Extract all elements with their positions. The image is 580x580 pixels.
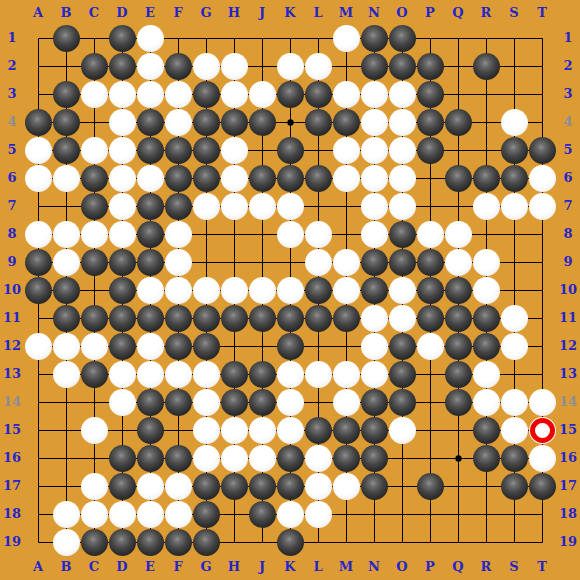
white-stone-D8	[109, 221, 136, 248]
black-stone-Q14	[445, 389, 472, 416]
black-stone-E5	[137, 137, 164, 164]
white-stone-E13	[137, 361, 164, 388]
white-stone-B18	[53, 501, 80, 528]
black-stone-M16	[333, 445, 360, 472]
row-label-left-11: 11	[1, 304, 23, 332]
row-label-right-5: 5	[557, 136, 579, 164]
black-stone-G11	[193, 305, 220, 332]
white-stone-H10	[221, 277, 248, 304]
black-stone-S17	[501, 473, 528, 500]
col-label-bottom-T: T	[528, 558, 556, 576]
black-stone-F6	[165, 165, 192, 192]
white-stone-C5	[81, 137, 108, 164]
col-label-top-L: L	[304, 4, 332, 22]
white-stone-J16	[249, 445, 276, 472]
black-stone-N10	[361, 277, 388, 304]
black-stone-F16	[165, 445, 192, 472]
white-stone-L2	[305, 53, 332, 80]
black-stone-A10	[25, 277, 52, 304]
white-stone-D6	[109, 165, 136, 192]
col-label-top-H: H	[220, 4, 248, 22]
white-stone-E6	[137, 165, 164, 192]
col-label-top-J: J	[248, 4, 276, 22]
black-stone-P5	[417, 137, 444, 164]
white-stone-B6	[53, 165, 80, 192]
col-label-top-N: N	[360, 4, 388, 22]
black-stone-O14	[389, 389, 416, 416]
black-stone-S6	[501, 165, 528, 192]
black-stone-G19	[193, 529, 220, 556]
white-stone-K7	[277, 193, 304, 220]
white-stone-M6	[333, 165, 360, 192]
white-stone-S11	[501, 305, 528, 332]
white-stone-N11	[361, 305, 388, 332]
white-stone-B13	[53, 361, 80, 388]
black-stone-F19	[165, 529, 192, 556]
row-label-right-6: 6	[557, 164, 579, 192]
white-stone-R13	[473, 361, 500, 388]
black-stone-D1	[109, 25, 136, 52]
black-stone-Q12	[445, 333, 472, 360]
white-stone-H7	[221, 193, 248, 220]
black-stone-E7	[137, 193, 164, 220]
row-label-left-4: 4	[1, 108, 23, 136]
black-stone-B4	[53, 109, 80, 136]
white-stone-E12	[137, 333, 164, 360]
col-label-top-S: S	[500, 4, 528, 22]
black-stone-G18	[193, 501, 220, 528]
col-label-top-T: T	[528, 4, 556, 22]
col-label-top-M: M	[332, 4, 360, 22]
white-stone-J7	[249, 193, 276, 220]
white-stone-C15	[81, 417, 108, 444]
black-stone-E19	[137, 529, 164, 556]
white-stone-J10	[249, 277, 276, 304]
white-stone-N3	[361, 81, 388, 108]
black-stone-C7	[81, 193, 108, 220]
white-stone-N8	[361, 221, 388, 248]
row-label-left-2: 2	[1, 52, 23, 80]
black-stone-K6	[277, 165, 304, 192]
row-label-right-17: 17	[557, 472, 579, 500]
row-label-left-9: 9	[1, 248, 23, 276]
black-stone-P11	[417, 305, 444, 332]
black-stone-T17	[529, 473, 556, 500]
col-label-bottom-O: O	[388, 558, 416, 576]
col-label-bottom-A: A	[24, 558, 52, 576]
row-label-left-1: 1	[1, 24, 23, 52]
black-stone-N9	[361, 249, 388, 276]
black-stone-G12	[193, 333, 220, 360]
white-stone-S12	[501, 333, 528, 360]
black-stone-Q4	[445, 109, 472, 136]
black-stone-O2	[389, 53, 416, 80]
row-label-right-1: 1	[557, 24, 579, 52]
white-stone-O4	[389, 109, 416, 136]
black-stone-D11	[109, 305, 136, 332]
white-stone-H6	[221, 165, 248, 192]
white-stone-G2	[193, 53, 220, 80]
black-stone-O13	[389, 361, 416, 388]
col-label-bottom-L: L	[304, 558, 332, 576]
black-stone-J13	[249, 361, 276, 388]
black-stone-G4	[193, 109, 220, 136]
white-stone-B12	[53, 333, 80, 360]
row-label-right-2: 2	[557, 52, 579, 80]
black-stone-C9	[81, 249, 108, 276]
white-stone-B8	[53, 221, 80, 248]
white-stone-O15	[389, 417, 416, 444]
white-stone-F10	[165, 277, 192, 304]
black-stone-F12	[165, 333, 192, 360]
black-stone-D16	[109, 445, 136, 472]
row-label-left-19: 19	[1, 528, 23, 556]
black-stone-R2	[473, 53, 500, 80]
black-stone-E14	[137, 389, 164, 416]
black-stone-A4	[25, 109, 52, 136]
col-label-bottom-H: H	[220, 558, 248, 576]
black-stone-D12	[109, 333, 136, 360]
black-stone-F5	[165, 137, 192, 164]
black-stone-J4	[249, 109, 276, 136]
row-label-left-15: 15	[1, 416, 23, 444]
black-stone-L15	[305, 417, 332, 444]
white-stone-R10	[473, 277, 500, 304]
row-label-right-12: 12	[557, 332, 579, 360]
black-stone-R16	[473, 445, 500, 472]
white-stone-L13	[305, 361, 332, 388]
black-stone-J18	[249, 501, 276, 528]
white-stone-F17	[165, 473, 192, 500]
black-stone-S5	[501, 137, 528, 164]
black-stone-H13	[221, 361, 248, 388]
black-stone-H14	[221, 389, 248, 416]
black-stone-B3	[53, 81, 80, 108]
col-label-bottom-R: R	[472, 558, 500, 576]
white-stone-A6	[25, 165, 52, 192]
black-stone-N14	[361, 389, 388, 416]
black-stone-E9	[137, 249, 164, 276]
row-label-left-3: 3	[1, 80, 23, 108]
row-label-right-3: 3	[557, 80, 579, 108]
white-stone-H5	[221, 137, 248, 164]
black-stone-S16	[501, 445, 528, 472]
row-label-right-8: 8	[557, 220, 579, 248]
white-stone-C18	[81, 501, 108, 528]
white-stone-N4	[361, 109, 388, 136]
white-stone-L16	[305, 445, 332, 472]
white-stone-A8	[25, 221, 52, 248]
white-stone-D13	[109, 361, 136, 388]
black-stone-N2	[361, 53, 388, 80]
white-stone-N7	[361, 193, 388, 220]
black-stone-L4	[305, 109, 332, 136]
row-label-right-10: 10	[557, 276, 579, 304]
white-stone-D3	[109, 81, 136, 108]
black-stone-B10	[53, 277, 80, 304]
white-stone-J15	[249, 417, 276, 444]
white-stone-Q9	[445, 249, 472, 276]
white-stone-F13	[165, 361, 192, 388]
black-stone-F7	[165, 193, 192, 220]
black-stone-E4	[137, 109, 164, 136]
white-stone-N12	[361, 333, 388, 360]
white-stone-M13	[333, 361, 360, 388]
black-stone-K3	[277, 81, 304, 108]
white-stone-P12	[417, 333, 444, 360]
col-label-bottom-C: C	[80, 558, 108, 576]
row-label-right-14: 14	[557, 388, 579, 416]
black-stone-F2	[165, 53, 192, 80]
white-stone-R7	[473, 193, 500, 220]
white-stone-Q8	[445, 221, 472, 248]
white-stone-O11	[389, 305, 416, 332]
black-stone-Q11	[445, 305, 472, 332]
white-stone-M10	[333, 277, 360, 304]
black-stone-N17	[361, 473, 388, 500]
white-stone-O3	[389, 81, 416, 108]
row-label-left-8: 8	[1, 220, 23, 248]
white-stone-A5	[25, 137, 52, 164]
col-label-bottom-D: D	[108, 558, 136, 576]
white-stone-B9	[53, 249, 80, 276]
white-stone-J3	[249, 81, 276, 108]
row-label-right-19: 19	[557, 528, 579, 556]
black-stone-C19	[81, 529, 108, 556]
white-stone-H15	[221, 417, 248, 444]
black-stone-J14	[249, 389, 276, 416]
black-stone-M11	[333, 305, 360, 332]
white-stone-K10	[277, 277, 304, 304]
row-label-left-5: 5	[1, 136, 23, 164]
white-stone-E3	[137, 81, 164, 108]
white-stone-D18	[109, 501, 136, 528]
row-label-left-17: 17	[1, 472, 23, 500]
black-stone-M15	[333, 417, 360, 444]
white-stone-P8	[417, 221, 444, 248]
white-stone-L18	[305, 501, 332, 528]
black-stone-N16	[361, 445, 388, 472]
white-stone-T14	[529, 389, 556, 416]
white-stone-O5	[389, 137, 416, 164]
col-label-bottom-J: J	[248, 558, 276, 576]
row-label-left-14: 14	[1, 388, 23, 416]
row-label-right-9: 9	[557, 248, 579, 276]
row-label-left-16: 16	[1, 444, 23, 472]
col-label-bottom-S: S	[500, 558, 528, 576]
black-stone-G3	[193, 81, 220, 108]
row-label-right-15: 15	[557, 416, 579, 444]
black-stone-K12	[277, 333, 304, 360]
col-label-top-G: G	[192, 4, 220, 22]
black-stone-Q6	[445, 165, 472, 192]
white-stone-E1	[137, 25, 164, 52]
black-stone-F14	[165, 389, 192, 416]
white-stone-F3	[165, 81, 192, 108]
black-stone-K17	[277, 473, 304, 500]
black-stone-E16	[137, 445, 164, 472]
black-stone-O1	[389, 25, 416, 52]
col-label-bottom-Q: Q	[444, 558, 472, 576]
col-label-top-P: P	[416, 4, 444, 22]
row-label-left-18: 18	[1, 500, 23, 528]
col-label-top-F: F	[164, 4, 192, 22]
white-stone-M14	[333, 389, 360, 416]
white-stone-G10	[193, 277, 220, 304]
black-stone-L3	[305, 81, 332, 108]
white-stone-N13	[361, 361, 388, 388]
white-stone-R14	[473, 389, 500, 416]
col-label-top-C: C	[80, 4, 108, 22]
black-stone-R6	[473, 165, 500, 192]
col-label-top-A: A	[24, 4, 52, 22]
white-stone-T7	[529, 193, 556, 220]
white-stone-E2	[137, 53, 164, 80]
black-stone-B1	[53, 25, 80, 52]
black-stone-R11	[473, 305, 500, 332]
white-stone-C8	[81, 221, 108, 248]
go-board-screen: ABCDEFGHJKLMNOPQRST ABCDEFGHJKLMNOPQRST …	[0, 0, 580, 580]
black-stone-H17	[221, 473, 248, 500]
black-stone-L6	[305, 165, 332, 192]
row-label-right-18: 18	[557, 500, 579, 528]
black-stone-C2	[81, 53, 108, 80]
black-stone-B5	[53, 137, 80, 164]
white-stone-S15	[501, 417, 528, 444]
white-stone-R9	[473, 249, 500, 276]
black-stone-E8	[137, 221, 164, 248]
white-stone-O6	[389, 165, 416, 192]
white-stone-L17	[305, 473, 332, 500]
black-stone-C11	[81, 305, 108, 332]
black-stone-G17	[193, 473, 220, 500]
white-stone-G16	[193, 445, 220, 472]
black-stone-P4	[417, 109, 444, 136]
col-label-bottom-N: N	[360, 558, 388, 576]
white-stone-O10	[389, 277, 416, 304]
col-label-bottom-P: P	[416, 558, 444, 576]
white-stone-D14	[109, 389, 136, 416]
white-stone-N6	[361, 165, 388, 192]
black-stone-L11	[305, 305, 332, 332]
row-label-left-7: 7	[1, 192, 23, 220]
white-stone-H2	[221, 53, 248, 80]
white-stone-F18	[165, 501, 192, 528]
col-label-bottom-E: E	[136, 558, 164, 576]
row-label-right-4: 4	[557, 108, 579, 136]
white-stone-S7	[501, 193, 528, 220]
black-stone-G6	[193, 165, 220, 192]
row-label-left-13: 13	[1, 360, 23, 388]
black-stone-P2	[417, 53, 444, 80]
black-stone-T5	[529, 137, 556, 164]
white-stone-K2	[277, 53, 304, 80]
white-stone-N5	[361, 137, 388, 164]
white-stone-E17	[137, 473, 164, 500]
black-stone-H11	[221, 305, 248, 332]
white-stone-O7	[389, 193, 416, 220]
col-label-bottom-G: G	[192, 558, 220, 576]
last-move-marker	[530, 418, 555, 443]
white-stone-M3	[333, 81, 360, 108]
black-stone-O9	[389, 249, 416, 276]
white-stone-K15	[277, 417, 304, 444]
col-label-bottom-K: K	[276, 558, 304, 576]
black-stone-H4	[221, 109, 248, 136]
white-stone-A12	[25, 333, 52, 360]
white-stone-K13	[277, 361, 304, 388]
white-stone-M1	[333, 25, 360, 52]
black-stone-D2	[109, 53, 136, 80]
black-stone-K11	[277, 305, 304, 332]
black-stone-G5	[193, 137, 220, 164]
black-stone-O8	[389, 221, 416, 248]
row-label-right-16: 16	[557, 444, 579, 472]
col-label-bottom-B: B	[52, 558, 80, 576]
white-stone-G15	[193, 417, 220, 444]
black-stone-L10	[305, 277, 332, 304]
black-stone-D9	[109, 249, 136, 276]
white-stone-B19	[53, 529, 80, 556]
row-label-left-12: 12	[1, 332, 23, 360]
black-stone-D17	[109, 473, 136, 500]
col-label-top-O: O	[388, 4, 416, 22]
col-label-top-R: R	[472, 4, 500, 22]
star-point-Q16	[455, 455, 461, 461]
white-stone-K14	[277, 389, 304, 416]
col-label-top-B: B	[52, 4, 80, 22]
white-stone-F9	[165, 249, 192, 276]
black-stone-C6	[81, 165, 108, 192]
white-stone-T6	[529, 165, 556, 192]
col-label-bottom-F: F	[164, 558, 192, 576]
black-stone-K5	[277, 137, 304, 164]
black-stone-P10	[417, 277, 444, 304]
black-stone-P17	[417, 473, 444, 500]
row-label-right-13: 13	[557, 360, 579, 388]
white-stone-F4	[165, 109, 192, 136]
black-stone-M4	[333, 109, 360, 136]
black-stone-E15	[137, 417, 164, 444]
row-label-left-6: 6	[1, 164, 23, 192]
black-stone-D10	[109, 277, 136, 304]
black-stone-O12	[389, 333, 416, 360]
black-stone-J6	[249, 165, 276, 192]
white-stone-D4	[109, 109, 136, 136]
black-stone-F11	[165, 305, 192, 332]
white-stone-K18	[277, 501, 304, 528]
white-stone-G7	[193, 193, 220, 220]
white-stone-D5	[109, 137, 136, 164]
white-stone-G14	[193, 389, 220, 416]
white-stone-M17	[333, 473, 360, 500]
white-stone-E18	[137, 501, 164, 528]
black-stone-Q13	[445, 361, 472, 388]
black-stone-Q10	[445, 277, 472, 304]
white-stone-C3	[81, 81, 108, 108]
col-label-top-D: D	[108, 4, 136, 22]
white-stone-F8	[165, 221, 192, 248]
white-stone-E10	[137, 277, 164, 304]
white-stone-M5	[333, 137, 360, 164]
black-stone-C13	[81, 361, 108, 388]
black-stone-J17	[249, 473, 276, 500]
black-stone-A9	[25, 249, 52, 276]
col-label-top-Q: Q	[444, 4, 472, 22]
col-label-top-K: K	[276, 4, 304, 22]
row-label-left-10: 10	[1, 276, 23, 304]
white-stone-K8	[277, 221, 304, 248]
